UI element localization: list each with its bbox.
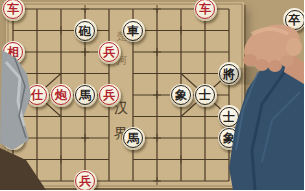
red-advisor[interactable]: 仕 [26,84,49,107]
black-advisor[interactable]: 士 [218,105,241,128]
red-chariot-label: 车 [3,0,23,19]
black-advisor[interactable]: 士 [194,84,217,107]
red-soldier-label: 兵 [75,171,95,190]
red-cannon-label: 炮 [51,85,71,105]
black-chariot[interactable]: 車 [122,19,145,42]
xiangqi-photo-scene: 楚河汉界 车相帅相仕炮兵兵兵车砲馬車馬象士將士象 卒 [0,0,304,190]
captured-black-soldier[interactable]: 卒 [283,8,304,31]
black-horse[interactable]: 馬 [74,84,97,107]
red-soldier[interactable]: 兵 [74,170,97,191]
black-elephant-label: 象 [171,85,191,105]
black-horse[interactable]: 馬 [122,127,145,150]
red-general-label: 帅 [3,85,23,105]
black-elephant-label: 象 [219,128,239,148]
black-chariot-label: 車 [123,21,143,41]
red-soldier[interactable]: 兵 [98,41,121,64]
red-chariot-label: 车 [195,0,215,19]
red-general[interactable]: 帅 [2,84,25,107]
black-cannon[interactable]: 砲 [74,19,97,42]
red-soldier-label: 兵 [99,42,119,62]
black-advisor-label: 士 [195,85,215,105]
red-elephant[interactable]: 相 [2,127,25,150]
black-general-label: 將 [219,64,239,84]
red-elephant[interactable]: 相 [2,41,25,64]
red-soldier[interactable]: 兵 [98,84,121,107]
black-general[interactable]: 將 [218,62,241,85]
black-advisor-label: 士 [219,107,239,127]
red-chariot[interactable]: 车 [194,0,217,21]
black-cannon-label: 砲 [75,21,95,41]
red-elephant-label: 相 [3,128,23,148]
black-horse-label: 馬 [75,85,95,105]
red-elephant-label: 相 [3,42,23,62]
red-soldier-label: 兵 [99,85,119,105]
black-horse-label: 馬 [123,128,143,148]
red-cannon[interactable]: 炮 [50,84,73,107]
red-advisor-label: 仕 [27,85,47,105]
red-chariot[interactable]: 车 [2,0,25,21]
black-elephant[interactable]: 象 [170,84,193,107]
captured-black-soldier-label: 卒 [285,10,305,30]
black-elephant[interactable]: 象 [218,127,241,150]
